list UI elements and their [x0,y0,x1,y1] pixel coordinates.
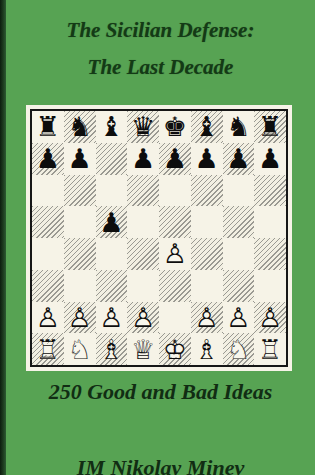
square-c7 [96,143,128,175]
square-g5 [223,206,255,238]
black-pawn: ♟ [223,143,255,175]
square-f8: ♝ [191,111,223,143]
square-e8: ♚ [159,111,191,143]
black-rook: ♜ [32,111,64,143]
square-c1: ♝♗ [96,333,128,365]
square-d7: ♟ [127,143,159,175]
square-f6 [191,175,223,207]
square-c4 [96,238,128,270]
square-a6 [32,175,64,207]
square-d5 [127,206,159,238]
black-rook: ♜ [254,111,286,143]
square-d8: ♛ [127,111,159,143]
square-f2: ♟♙ [191,302,223,334]
white-pawn: ♟♙ [223,302,255,334]
square-b5 [64,206,96,238]
white-pawn: ♟♙ [254,302,286,334]
square-g7: ♟ [223,143,255,175]
square-a1: ♜♖ [32,333,64,365]
square-a4 [32,238,64,270]
square-f7: ♟ [191,143,223,175]
white-pawn: ♟♙ [191,302,223,334]
square-c2: ♟♙ [96,302,128,334]
square-a5 [32,206,64,238]
square-g3 [223,270,255,302]
square-e1: ♚♔ [159,333,191,365]
white-pawn: ♟♙ [32,302,64,334]
square-h2: ♟♙ [254,302,286,334]
square-c3 [96,270,128,302]
white-knight: ♞♘ [223,333,255,365]
title-line-2: The Last Decade [6,49,315,86]
square-c6 [96,175,128,207]
square-c5: ♟ [96,206,128,238]
black-knight: ♞ [64,111,96,143]
white-pawn: ♟♙ [64,302,96,334]
square-e7: ♟ [159,143,191,175]
square-d3 [127,270,159,302]
square-f1: ♝♗ [191,333,223,365]
chess-diagram: ♜♞♝♛♚♝♞♜♟♟♟♟♟♟♟♟♟♙♟♙♟♙♟♙♟♙♟♙♟♙♟♙♜♖♞♘♝♗♛♕… [26,105,292,371]
black-pawn: ♟ [191,143,223,175]
white-queen: ♛♕ [127,333,159,365]
square-h8: ♜ [254,111,286,143]
square-c8: ♝ [96,111,128,143]
chess-board: ♜♞♝♛♚♝♞♜♟♟♟♟♟♟♟♟♟♙♟♙♟♙♟♙♟♙♟♙♟♙♟♙♜♖♞♘♝♗♛♕… [30,109,288,367]
white-pawn: ♟♙ [159,238,191,270]
square-a3 [32,270,64,302]
black-pawn: ♟ [254,143,286,175]
square-h5 [254,206,286,238]
square-h4 [254,238,286,270]
square-h1: ♜♖ [254,333,286,365]
black-pawn: ♟ [96,206,128,238]
square-e6 [159,175,191,207]
black-king: ♚ [159,111,191,143]
author: IM Nikolay Minev [6,455,315,475]
white-pawn: ♟♙ [127,302,159,334]
square-g1: ♞♘ [223,333,255,365]
white-knight: ♞♘ [64,333,96,365]
black-knight: ♞ [223,111,255,143]
square-f3 [191,270,223,302]
black-pawn: ♟ [32,143,64,175]
square-b2: ♟♙ [64,302,96,334]
square-b1: ♞♘ [64,333,96,365]
square-d1: ♛♕ [127,333,159,365]
square-h7: ♟ [254,143,286,175]
square-e2 [159,302,191,334]
subtitle: 250 Good and Bad Ideas [6,379,315,405]
black-queen: ♛ [127,111,159,143]
square-b3 [64,270,96,302]
white-bishop: ♝♗ [96,333,128,365]
square-e5 [159,206,191,238]
square-b6 [64,175,96,207]
square-d2: ♟♙ [127,302,159,334]
black-bishop: ♝ [96,111,128,143]
black-pawn: ♟ [127,143,159,175]
square-b8: ♞ [64,111,96,143]
black-pawn: ♟ [64,143,96,175]
black-bishop: ♝ [191,111,223,143]
book-title: The Sicilian Defense: The Last Decade [6,12,315,86]
square-b4 [64,238,96,270]
square-e3 [159,270,191,302]
black-pawn: ♟ [159,143,191,175]
square-a2: ♟♙ [32,302,64,334]
square-f5 [191,206,223,238]
square-h3 [254,270,286,302]
square-g2: ♟♙ [223,302,255,334]
square-f4 [191,238,223,270]
square-d4 [127,238,159,270]
title-line-1: The Sicilian Defense: [6,12,315,49]
white-bishop: ♝♗ [191,333,223,365]
square-b7: ♟ [64,143,96,175]
square-g8: ♞ [223,111,255,143]
white-king: ♚♔ [159,333,191,365]
white-rook: ♜♖ [254,333,286,365]
square-d6 [127,175,159,207]
white-pawn: ♟♙ [96,302,128,334]
square-a8: ♜ [32,111,64,143]
white-rook: ♜♖ [32,333,64,365]
square-a7: ♟ [32,143,64,175]
square-h6 [254,175,286,207]
square-e4: ♟♙ [159,238,191,270]
square-g6 [223,175,255,207]
square-g4 [223,238,255,270]
